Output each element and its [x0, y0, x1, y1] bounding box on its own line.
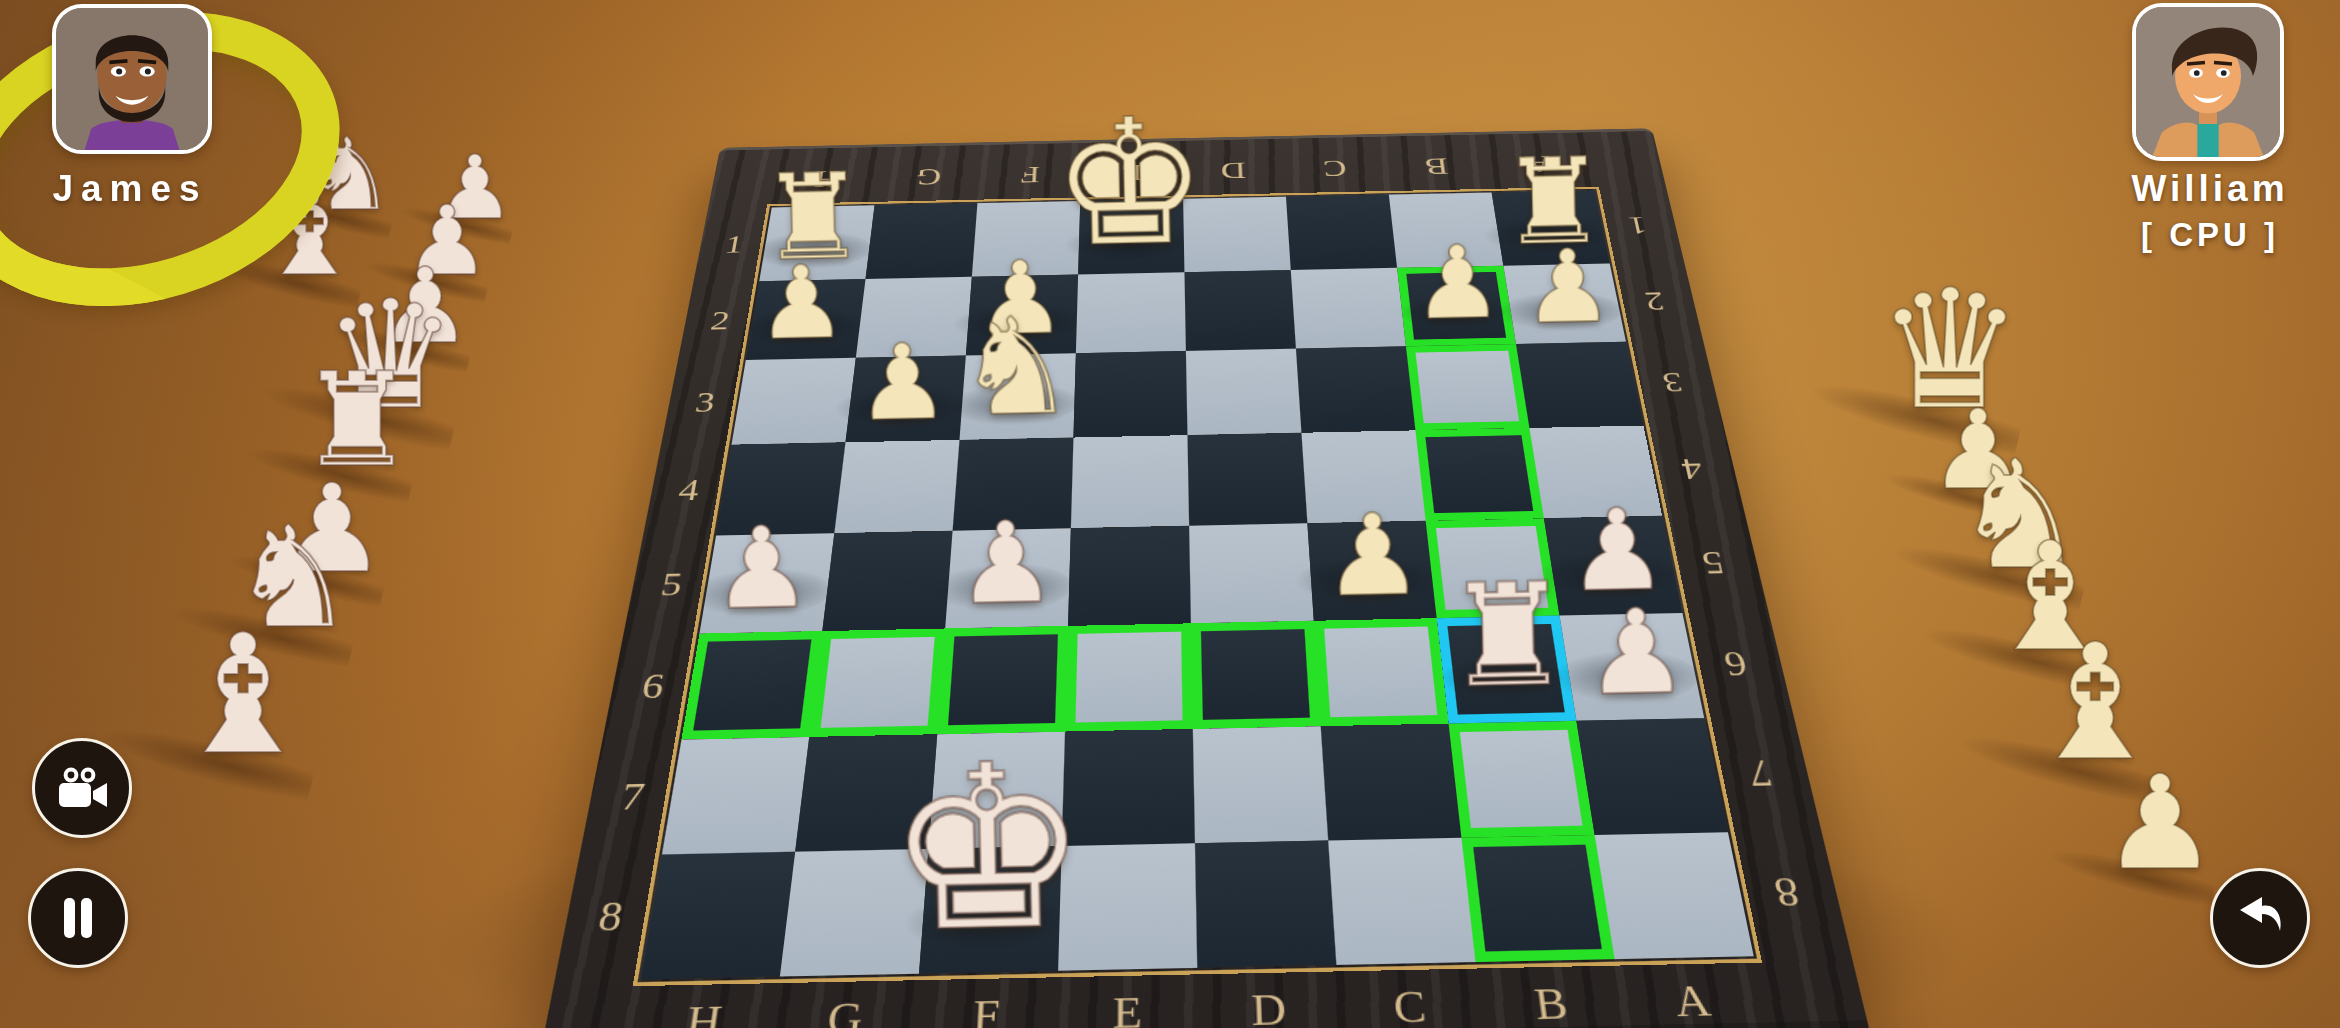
coord-right-2: 2: [1622, 262, 1687, 341]
coord-top-B: B: [1384, 152, 1489, 180]
coord-right-3: 3: [1639, 340, 1707, 425]
coord-bottom-D: D: [1198, 983, 1341, 1028]
square-f3[interactable]: ♞: [959, 353, 1075, 440]
square-c6[interactable]: [1314, 618, 1449, 726]
square-b2[interactable]: ♟: [1397, 266, 1516, 347]
piece-bR-b6[interactable]: ♜: [1443, 563, 1573, 708]
piece-bP-a6[interactable]: ♟: [1583, 594, 1690, 713]
square-f8[interactable]: ♚: [919, 846, 1062, 974]
square-g4[interactable]: [834, 440, 959, 533]
player-left: James: [0, 0, 330, 270]
square-g5[interactable]: [822, 531, 952, 631]
square-d7[interactable]: [1193, 726, 1328, 843]
square-h5[interactable]: ♟: [699, 533, 834, 633]
game-screen: James Willia: [0, 0, 2340, 1028]
tray-piece-bB-9: ♝: [169, 613, 317, 778]
square-d6[interactable]: [1191, 621, 1321, 729]
avatar-william[interactable]: [2132, 3, 2284, 161]
square-d3[interactable]: [1186, 349, 1302, 436]
coord-left-2: 2: [689, 281, 751, 361]
coord-left-3: 3: [672, 360, 737, 446]
square-e2[interactable]: [1076, 272, 1186, 353]
square-a3[interactable]: [1516, 342, 1643, 428]
square-e5[interactable]: [1068, 526, 1191, 626]
coord-right-8: 8: [1744, 831, 1832, 956]
square-c2[interactable]: [1291, 268, 1406, 349]
square-h7[interactable]: [662, 737, 809, 855]
square-b8[interactable]: [1461, 835, 1614, 962]
piece-bK-f8[interactable]: ♚: [884, 734, 1092, 965]
square-d4[interactable]: [1187, 433, 1307, 526]
square-c5[interactable]: ♟: [1307, 521, 1436, 621]
board-scene: ♜♚♜♟♟♟♟♟♞♟♟♟♟♜♟♚ HGFEDCBA HGFEDCBA 12345…: [566, 138, 1806, 1028]
board-squares[interactable]: ♜♚♜♟♟♟♟♟♞♟♟♟♟♜♟♚: [641, 190, 1754, 979]
piece-bP-h5[interactable]: ♟: [710, 512, 813, 627]
square-c3[interactable]: [1296, 346, 1416, 432]
square-d2[interactable]: [1184, 270, 1295, 351]
square-b4[interactable]: [1415, 428, 1543, 521]
coords-bottom: HGFEDCBA: [629, 974, 1768, 1028]
square-h8[interactable]: [641, 852, 795, 980]
square-g3[interactable]: ♟: [845, 356, 965, 443]
piece-wP-a2[interactable]: ♟: [1522, 236, 1614, 339]
piece-wP-c5[interactable]: ♟: [1321, 499, 1424, 614]
undo-arrow-icon: [2234, 895, 2286, 941]
square-h3[interactable]: [731, 358, 855, 445]
avatar-james-cartoon: [56, 8, 208, 150]
coord-right-1: 1: [1607, 189, 1669, 263]
avatar-james[interactable]: [52, 4, 212, 154]
piece-wP-h2[interactable]: ♟: [755, 252, 847, 355]
pause-icon: [58, 896, 98, 940]
coord-bottom-E: E: [1056, 986, 1198, 1028]
player-right-name: William: [2110, 168, 2310, 210]
coord-bottom-B: B: [1478, 977, 1626, 1028]
coord-left-5: 5: [636, 536, 707, 635]
square-h6[interactable]: [681, 631, 822, 740]
square-f5[interactable]: ♟: [945, 528, 1071, 628]
pause-button[interactable]: [28, 868, 128, 968]
coord-top-C: C: [1283, 154, 1387, 182]
square-c1[interactable]: [1286, 195, 1397, 271]
player-right: William [ CPU ]: [2110, 0, 2340, 270]
coord-right-7: 7: [1720, 717, 1803, 832]
square-e3[interactable]: [1073, 351, 1187, 438]
square-d8[interactable]: [1195, 841, 1336, 968]
coord-left-8: 8: [568, 855, 651, 981]
board-frame: ♜♚♜♟♟♟♟♟♞♟♟♟♟♜♟♚ HGFEDCBA HGFEDCBA 12345…: [504, 128, 1912, 1028]
avatar-william-cartoon: [2136, 7, 2280, 157]
video-camera-icon: [55, 767, 109, 809]
coord-right-4: 4: [1657, 424, 1728, 515]
piece-wP-g3[interactable]: ♟: [855, 330, 951, 436]
player-right-cpu-tag: [ CPU ]: [2110, 216, 2310, 254]
square-b6[interactable]: ♜: [1437, 616, 1577, 724]
coord-left-6: 6: [615, 634, 690, 741]
coord-top-G: G: [876, 163, 980, 192]
undo-button[interactable]: [2210, 868, 2310, 968]
square-a2[interactable]: ♟: [1503, 263, 1626, 344]
square-b3[interactable]: [1406, 344, 1529, 430]
coord-right-6: 6: [1697, 612, 1776, 718]
square-a7[interactable]: [1576, 718, 1728, 835]
coord-bottom-F: F: [914, 989, 1058, 1028]
coord-bottom-G: G: [771, 992, 917, 1028]
square-a8[interactable]: [1595, 832, 1754, 959]
tray-piece-wP-5: ♟: [2102, 758, 2219, 888]
square-e4[interactable]: [1071, 435, 1189, 528]
square-b7[interactable]: [1449, 721, 1595, 838]
square-e1[interactable]: ♚: [1078, 199, 1184, 275]
square-a6[interactable]: ♟: [1560, 613, 1705, 721]
piece-wN-f3[interactable]: ♞: [955, 299, 1078, 435]
square-c7[interactable]: [1321, 724, 1462, 841]
coord-bottom-H: H: [629, 995, 778, 1028]
piece-bP-f5[interactable]: ♟: [955, 507, 1058, 622]
camera-button[interactable]: [32, 738, 132, 838]
coord-left-7: 7: [593, 740, 672, 856]
square-c8[interactable]: [1328, 838, 1475, 965]
piece-wP-b2[interactable]: ♟: [1412, 232, 1504, 334]
square-g1[interactable]: [866, 203, 978, 279]
piece-wK-e1[interactable]: ♚: [1050, 95, 1209, 272]
coord-bottom-A: A: [1618, 974, 1769, 1028]
coord-bottom-C: C: [1338, 980, 1484, 1028]
square-h2[interactable]: ♟: [746, 279, 866, 360]
